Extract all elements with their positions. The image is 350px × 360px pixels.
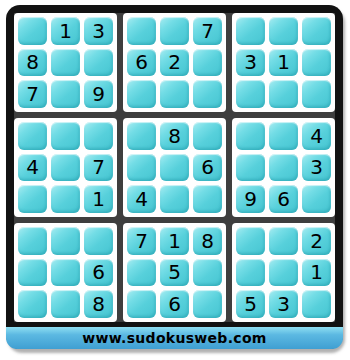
box-2-2: 864 [123,118,226,217]
cell-r7c9[interactable]: 2 [302,227,331,255]
box-2-3: 4396 [232,118,335,217]
cell-r1c4[interactable] [127,17,156,45]
cell-r5c8[interactable] [269,154,298,182]
cell-r1c1[interactable] [18,17,47,45]
box-1-2: 762 [123,13,226,112]
cell-r3c9[interactable] [302,80,331,108]
cell-r9c3[interactable]: 8 [84,290,113,318]
cell-r2c5[interactable]: 2 [160,49,189,77]
cell-r2c1[interactable]: 8 [18,49,47,77]
cell-r2c8[interactable]: 1 [269,49,298,77]
cell-r4c7[interactable] [236,122,265,150]
cell-r6c6[interactable] [193,185,222,213]
cell-r8c9[interactable]: 1 [302,259,331,287]
cell-r5c4[interactable] [127,154,156,182]
box-3-1: 68 [14,223,117,322]
cell-r7c4[interactable]: 7 [127,227,156,255]
cell-r6c3[interactable]: 1 [84,185,113,213]
site-url[interactable]: www.sudokusweb.com [82,330,266,346]
cell-r1c6[interactable]: 7 [193,17,222,45]
cell-r8c8[interactable] [269,259,298,287]
cell-r4c3[interactable] [84,122,113,150]
cell-r4c9[interactable]: 4 [302,122,331,150]
cell-r8c6[interactable] [193,259,222,287]
cell-r9c6[interactable] [193,290,222,318]
cell-r8c4[interactable] [127,259,156,287]
cell-r2c9[interactable] [302,49,331,77]
cell-r9c7[interactable]: 5 [236,290,265,318]
cell-r7c8[interactable] [269,227,298,255]
cell-r3c6[interactable] [193,80,222,108]
cell-r9c9[interactable] [302,290,331,318]
cell-r3c3[interactable]: 9 [84,80,113,108]
cell-r5c3[interactable]: 7 [84,154,113,182]
cell-r4c5[interactable]: 8 [160,122,189,150]
cell-r8c2[interactable] [51,259,80,287]
sudoku-board-frame: 1387976231471864439668718562153 www.sudo… [6,5,343,349]
cell-r6c7[interactable]: 9 [236,185,265,213]
cell-r1c9[interactable] [302,17,331,45]
cell-r9c1[interactable] [18,290,47,318]
cell-r8c3[interactable]: 6 [84,259,113,287]
cell-r8c5[interactable]: 5 [160,259,189,287]
cell-r2c2[interactable] [51,49,80,77]
cell-r3c7[interactable] [236,80,265,108]
cell-r8c1[interactable] [18,259,47,287]
cell-r5c9[interactable]: 3 [302,154,331,182]
cell-r3c2[interactable] [51,80,80,108]
cell-r1c7[interactable] [236,17,265,45]
cell-r4c8[interactable] [269,122,298,150]
cell-r5c2[interactable] [51,154,80,182]
cell-r3c4[interactable] [127,80,156,108]
cell-r2c7[interactable]: 3 [236,49,265,77]
cell-r7c2[interactable] [51,227,80,255]
cell-r9c4[interactable] [127,290,156,318]
cell-r1c5[interactable] [160,17,189,45]
cell-r6c9[interactable] [302,185,331,213]
cell-r8c7[interactable] [236,259,265,287]
footer-bar: www.sudokusweb.com [6,327,343,349]
cell-r2c3[interactable] [84,49,113,77]
cell-r2c6[interactable] [193,49,222,77]
cell-r5c7[interactable] [236,154,265,182]
box-3-2: 71856 [123,223,226,322]
cell-r4c1[interactable] [18,122,47,150]
cell-r6c8[interactable]: 6 [269,185,298,213]
cell-r3c5[interactable] [160,80,189,108]
cell-r9c5[interactable]: 6 [160,290,189,318]
cell-r1c8[interactable] [269,17,298,45]
box-2-1: 471 [14,118,117,217]
cell-r5c5[interactable] [160,154,189,182]
cell-r1c3[interactable]: 3 [84,17,113,45]
cell-r7c6[interactable]: 8 [193,227,222,255]
cell-r4c6[interactable] [193,122,222,150]
cell-r7c3[interactable] [84,227,113,255]
box-3-3: 2153 [232,223,335,322]
cell-r9c2[interactable] [51,290,80,318]
cell-r3c8[interactable] [269,80,298,108]
cell-r6c5[interactable] [160,185,189,213]
cell-r7c5[interactable]: 1 [160,227,189,255]
cell-r7c7[interactable] [236,227,265,255]
cell-r5c1[interactable]: 4 [18,154,47,182]
cell-r6c2[interactable] [51,185,80,213]
cell-r7c1[interactable] [18,227,47,255]
cell-r4c4[interactable] [127,122,156,150]
cell-r9c8[interactable]: 3 [269,290,298,318]
cell-r4c2[interactable] [51,122,80,150]
cell-r2c4[interactable]: 6 [127,49,156,77]
cell-r5c6[interactable]: 6 [193,154,222,182]
sudoku-grid: 1387976231471864439668718562153 [14,13,335,322]
cell-r3c1[interactable]: 7 [18,80,47,108]
box-1-1: 13879 [14,13,117,112]
box-1-3: 31 [232,13,335,112]
cell-r6c1[interactable] [18,185,47,213]
cell-r6c4[interactable]: 4 [127,185,156,213]
cell-r1c2[interactable]: 1 [51,17,80,45]
